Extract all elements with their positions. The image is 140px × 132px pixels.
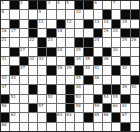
white-cell[interactable]: 8 (1, 10, 9, 18)
white-cell[interactable] (66, 48, 74, 56)
clue-number: 13 (94, 20, 100, 24)
clue-number: 6 (94, 1, 97, 5)
clue-number: 64 (66, 113, 72, 117)
clue-number: 36 (103, 57, 109, 61)
white-cell[interactable] (84, 10, 92, 18)
clue-number: 45 (75, 76, 81, 80)
clue-number: 47 (1, 85, 7, 89)
black-cell (103, 10, 111, 18)
clue-number: 66 (103, 113, 109, 117)
white-cell[interactable] (66, 38, 74, 46)
clue-number: 3 (47, 1, 50, 5)
black-cell (75, 38, 83, 46)
white-cell[interactable] (131, 1, 139, 9)
black-cell (38, 38, 46, 46)
white-cell[interactable] (57, 104, 65, 112)
black-cell (94, 29, 102, 37)
white-cell[interactable]: 54 (103, 95, 111, 103)
clue-number: 7 (112, 1, 115, 5)
white-cell[interactable]: 65 (94, 113, 102, 121)
white-cell[interactable]: 62 (10, 113, 18, 121)
clue-number: 26 (131, 38, 137, 42)
clue-number: 60 (112, 104, 118, 108)
black-cell (1, 95, 9, 103)
white-cell[interactable] (131, 66, 139, 74)
clue-number: 40 (84, 66, 90, 70)
black-cell (131, 10, 139, 18)
white-cell[interactable] (131, 113, 139, 121)
white-cell[interactable]: 5 (66, 1, 74, 9)
black-cell (121, 57, 129, 65)
black-cell (112, 113, 120, 121)
white-cell[interactable] (20, 113, 28, 121)
black-cell (38, 1, 46, 9)
white-cell[interactable] (47, 76, 55, 84)
white-cell[interactable] (29, 95, 37, 103)
white-cell[interactable] (29, 76, 37, 84)
clue-number: 11 (38, 20, 44, 24)
white-cell[interactable] (131, 20, 139, 28)
white-cell[interactable] (1, 20, 9, 28)
black-cell (38, 48, 46, 56)
white-cell[interactable]: 28 (57, 48, 65, 56)
white-cell[interactable] (121, 1, 129, 9)
white-cell[interactable] (121, 76, 129, 84)
clue-number: 29 (75, 48, 81, 52)
black-cell (29, 85, 37, 93)
white-cell[interactable]: 64 (66, 113, 74, 121)
clue-number: 2 (20, 1, 23, 5)
white-cell[interactable] (38, 113, 46, 121)
white-cell[interactable] (10, 57, 18, 65)
clue-number: 67 (121, 113, 127, 117)
black-cell (121, 10, 129, 18)
black-cell (47, 29, 55, 37)
white-cell[interactable]: 9 (38, 10, 46, 18)
white-cell[interactable] (103, 1, 111, 9)
white-cell[interactable]: 45 (75, 76, 83, 84)
white-cell[interactable]: 17 (10, 29, 18, 37)
black-cell (112, 20, 120, 28)
white-cell[interactable]: 35 (84, 57, 92, 65)
black-cell (66, 85, 74, 93)
black-cell (121, 123, 129, 131)
clue-number: 63 (57, 113, 63, 117)
white-cell[interactable] (10, 10, 18, 18)
black-cell (75, 66, 83, 74)
white-cell[interactable]: 21 (1, 38, 9, 46)
white-cell[interactable]: 26 (131, 38, 139, 46)
clue-number: 42 (121, 66, 127, 70)
black-cell (84, 76, 92, 84)
clue-number: 8 (1, 10, 4, 14)
white-cell[interactable] (20, 123, 28, 131)
white-cell[interactable]: 1 (1, 1, 9, 9)
white-cell[interactable] (131, 104, 139, 112)
white-cell[interactable] (66, 29, 74, 37)
white-cell[interactable] (57, 95, 65, 103)
white-cell[interactable]: 24 (94, 38, 102, 46)
crossword-puzzle: 1234567891011121314151617181920212223242… (0, 0, 140, 132)
black-cell (10, 20, 18, 28)
white-cell[interactable] (84, 123, 92, 131)
white-cell[interactable] (57, 38, 65, 46)
white-cell[interactable] (20, 104, 28, 112)
white-cell[interactable] (57, 76, 65, 84)
clue-number: 32 (29, 57, 35, 61)
white-cell[interactable] (57, 123, 65, 131)
clue-number: 51 (10, 95, 16, 99)
white-cell[interactable] (10, 85, 18, 93)
white-cell[interactable]: 39 (66, 66, 74, 74)
white-cell[interactable]: 18 (57, 29, 65, 37)
white-cell[interactable]: 40 (84, 66, 92, 74)
black-cell (10, 1, 18, 9)
clue-number: 68 (1, 123, 7, 127)
clue-number: 58 (75, 104, 81, 108)
clue-number: 24 (94, 38, 100, 42)
black-cell (10, 66, 18, 74)
white-cell[interactable]: 67 (121, 113, 129, 121)
white-cell[interactable] (20, 29, 28, 37)
clue-number: 1 (1, 1, 4, 5)
clue-number: 23 (47, 38, 53, 42)
clue-number: 54 (103, 95, 109, 99)
black-cell (20, 57, 28, 65)
clue-number: 19 (103, 29, 109, 33)
white-cell[interactable]: 42 (121, 66, 129, 74)
white-cell[interactable]: 30 (112, 48, 120, 56)
white-cell[interactable] (103, 123, 111, 131)
clue-number: 18 (57, 29, 63, 33)
white-cell[interactable] (20, 85, 28, 93)
black-cell (131, 76, 139, 84)
white-cell[interactable]: 12 (66, 20, 74, 28)
clue-number: 53 (75, 95, 81, 99)
clue-number: 50 (131, 85, 137, 89)
black-cell (47, 113, 55, 121)
black-cell (112, 85, 120, 93)
clue-number: 20 (112, 29, 118, 33)
white-cell[interactable] (20, 38, 28, 46)
white-cell[interactable] (94, 10, 102, 18)
clue-number: 44 (10, 76, 16, 80)
black-cell (47, 48, 55, 56)
white-cell[interactable] (20, 95, 28, 103)
black-cell (66, 57, 74, 65)
black-cell (66, 95, 74, 103)
clue-number: 39 (66, 66, 72, 70)
white-cell[interactable] (94, 123, 102, 131)
white-cell[interactable]: 68 (1, 123, 9, 131)
white-cell[interactable]: 33 (38, 57, 46, 65)
clue-number: 59 (94, 104, 100, 108)
clue-number: 48 (75, 85, 81, 89)
black-cell (94, 57, 102, 65)
black-cell (103, 104, 111, 112)
white-cell[interactable] (131, 123, 139, 131)
white-cell[interactable] (112, 57, 120, 65)
clue-number: 34 (75, 57, 81, 61)
white-cell[interactable] (1, 66, 9, 74)
black-cell (75, 1, 83, 9)
white-cell[interactable] (38, 76, 46, 84)
white-cell[interactable] (38, 29, 46, 37)
white-cell[interactable]: 36 (103, 57, 111, 65)
white-cell[interactable] (66, 10, 74, 18)
white-cell[interactable]: 11 (38, 20, 46, 28)
clue-number: 65 (94, 113, 100, 117)
white-cell[interactable] (29, 123, 37, 131)
white-cell[interactable] (75, 29, 83, 37)
clue-number: 22 (29, 38, 35, 42)
white-cell[interactable] (47, 123, 55, 131)
white-cell[interactable] (1, 48, 9, 56)
clue-number: 28 (57, 48, 63, 52)
white-cell[interactable] (29, 10, 37, 18)
white-cell[interactable] (57, 85, 65, 93)
white-cell[interactable]: 58 (75, 104, 83, 112)
white-cell[interactable]: 34 (75, 57, 83, 65)
white-cell[interactable] (75, 123, 83, 131)
white-cell[interactable]: 43 (1, 76, 9, 84)
white-cell[interactable] (47, 57, 55, 65)
white-cell[interactable] (66, 76, 74, 84)
white-cell[interactable]: 38 (57, 66, 65, 74)
white-cell[interactable] (20, 20, 28, 28)
white-cell[interactable] (66, 123, 74, 131)
clue-number: 15 (121, 20, 127, 24)
white-cell[interactable]: 55 (112, 95, 120, 103)
black-cell (66, 104, 74, 112)
white-cell[interactable]: 27 (20, 48, 28, 56)
clue-number: 27 (20, 48, 26, 52)
white-cell[interactable] (38, 95, 46, 103)
clue-number: 46 (94, 76, 100, 80)
black-cell (94, 95, 102, 103)
clue-number: 55 (112, 95, 118, 99)
white-cell[interactable]: 60 (112, 104, 120, 112)
white-cell[interactable] (131, 48, 139, 56)
clue-number: 4 (57, 1, 60, 5)
clue-number: 30 (112, 48, 118, 52)
clue-number: 41 (94, 66, 100, 70)
black-cell (84, 1, 92, 9)
white-cell[interactable] (10, 104, 18, 112)
white-cell[interactable] (47, 104, 55, 112)
white-cell[interactable] (10, 38, 18, 46)
white-cell[interactable]: 52 (47, 95, 55, 103)
white-cell[interactable]: 37 (20, 66, 28, 74)
white-cell[interactable]: 13 (94, 20, 102, 28)
clue-number: 16 (1, 29, 7, 33)
white-cell[interactable]: 10 (75, 10, 83, 18)
white-cell[interactable]: 63 (57, 113, 65, 121)
white-cell[interactable]: 44 (10, 76, 18, 84)
white-cell[interactable] (47, 10, 55, 18)
white-cell[interactable] (94, 85, 102, 93)
white-cell[interactable]: 50 (131, 85, 139, 93)
white-cell[interactable]: 25 (121, 38, 129, 46)
black-cell (84, 38, 92, 46)
white-cell[interactable]: 51 (10, 95, 18, 103)
white-cell[interactable]: 56 (1, 104, 9, 112)
white-cell[interactable] (57, 57, 65, 65)
white-cell[interactable]: 31 (1, 57, 9, 65)
black-cell (29, 104, 37, 112)
white-cell[interactable]: 14 (103, 20, 111, 28)
clue-number: 21 (1, 38, 7, 42)
white-cell[interactable] (38, 85, 46, 93)
clue-number: 61 (121, 104, 127, 108)
clue-number: 43 (1, 76, 7, 80)
clue-number: 33 (38, 57, 44, 61)
white-cell[interactable]: 41 (94, 66, 102, 74)
white-cell[interactable] (121, 48, 129, 56)
white-cell[interactable]: 49 (121, 85, 129, 93)
white-cell[interactable] (84, 29, 92, 37)
white-cell[interactable] (94, 48, 102, 56)
black-cell (112, 66, 120, 74)
black-cell (47, 66, 55, 74)
white-cell[interactable]: 47 (1, 85, 9, 93)
clue-number: 57 (38, 104, 44, 108)
white-cell[interactable]: 57 (38, 104, 46, 112)
white-cell[interactable] (57, 10, 65, 18)
white-cell[interactable]: 32 (29, 57, 37, 65)
clue-number: 52 (47, 95, 53, 99)
clue-number: 35 (84, 57, 90, 61)
white-cell[interactable] (84, 85, 92, 93)
white-cell[interactable] (29, 113, 37, 121)
white-cell[interactable]: 23 (47, 38, 55, 46)
white-cell[interactable]: 22 (29, 38, 37, 46)
black-cell (84, 48, 92, 56)
black-cell (121, 95, 129, 103)
white-cell[interactable] (38, 66, 46, 74)
white-cell[interactable]: 19 (103, 29, 111, 37)
clue-number: 25 (121, 38, 127, 42)
white-cell[interactable]: 16 (1, 29, 9, 37)
white-cell[interactable]: 3 (47, 1, 55, 9)
crossword-grid: 1234567891011121314151617181920212223242… (0, 0, 140, 132)
white-cell[interactable] (75, 20, 83, 28)
black-cell (57, 20, 65, 28)
clue-number: 31 (1, 57, 7, 61)
clue-number: 62 (10, 113, 16, 117)
white-cell[interactable]: 2 (20, 1, 28, 9)
black-cell (103, 48, 111, 56)
white-cell[interactable]: 29 (75, 48, 83, 56)
black-cell (29, 29, 37, 37)
black-cell (84, 20, 92, 28)
black-cell (84, 113, 92, 121)
white-cell[interactable]: 61 (121, 104, 129, 112)
black-cell (47, 85, 55, 93)
white-cell[interactable]: 7 (112, 1, 120, 9)
black-cell (103, 85, 111, 93)
white-cell[interactable]: 15 (121, 20, 129, 28)
white-cell[interactable] (103, 76, 111, 84)
white-cell[interactable]: 6 (94, 1, 102, 9)
white-cell[interactable] (29, 48, 37, 56)
clue-number: 12 (66, 20, 72, 24)
white-cell[interactable] (75, 113, 83, 121)
clue-number: 5 (66, 1, 69, 5)
white-cell[interactable]: 48 (75, 85, 83, 93)
white-cell[interactable] (84, 104, 92, 112)
white-cell[interactable] (112, 38, 120, 46)
white-cell[interactable] (29, 66, 37, 74)
clue-number: 38 (57, 66, 63, 70)
white-cell[interactable] (20, 10, 28, 18)
white-cell[interactable]: 4 (57, 1, 65, 9)
white-cell[interactable]: 20 (112, 29, 120, 37)
white-cell[interactable]: 66 (103, 113, 111, 121)
white-cell[interactable] (84, 95, 92, 103)
white-cell[interactable] (10, 123, 18, 131)
clue-number: 17 (10, 29, 16, 33)
clue-number: 14 (103, 20, 109, 24)
white-cell[interactable] (112, 123, 120, 131)
black-cell (29, 1, 37, 9)
white-cell[interactable]: 53 (75, 95, 83, 103)
white-cell[interactable] (112, 10, 120, 18)
white-cell[interactable] (20, 76, 28, 84)
white-cell[interactable] (112, 76, 120, 84)
clue-number: 9 (38, 10, 41, 14)
clue-number: 37 (20, 66, 26, 70)
black-cell (10, 48, 18, 56)
black-cell (131, 29, 139, 37)
white-cell[interactable] (131, 57, 139, 65)
white-cell[interactable] (38, 123, 46, 131)
black-cell (121, 29, 129, 37)
white-cell[interactable] (103, 38, 111, 46)
black-cell (1, 113, 9, 121)
black-cell (29, 20, 37, 28)
white-cell[interactable] (131, 95, 139, 103)
clue-number: 10 (75, 10, 81, 14)
white-cell[interactable] (47, 20, 55, 28)
clue-number: 49 (121, 85, 127, 89)
white-cell[interactable]: 59 (94, 104, 102, 112)
white-cell[interactable]: 46 (94, 76, 102, 84)
clue-number: 56 (1, 104, 7, 108)
white-cell[interactable] (103, 66, 111, 74)
